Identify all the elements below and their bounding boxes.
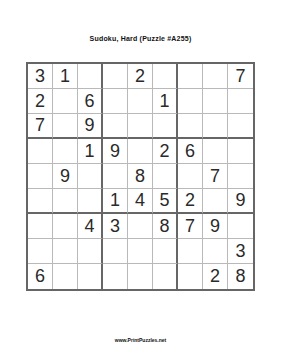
cell-r9c1: 6 bbox=[28, 264, 53, 289]
cell-r9c8: 2 bbox=[203, 264, 228, 289]
cell-r6c3 bbox=[78, 189, 103, 214]
cell-r2c1: 2 bbox=[28, 89, 53, 114]
cell-r6c8 bbox=[203, 189, 228, 214]
cell-r5c9 bbox=[228, 164, 253, 189]
cell-r8c1 bbox=[28, 239, 53, 264]
cell-r3c8 bbox=[203, 114, 228, 139]
cell-r9c7 bbox=[178, 264, 203, 289]
cell-r9c5 bbox=[128, 264, 153, 289]
cell-r3c7 bbox=[178, 114, 203, 139]
sudoku-page: Sudoku, Hard (Puzzle #A255) 312726179192… bbox=[0, 0, 281, 363]
cell-r5c8: 7 bbox=[203, 164, 228, 189]
cell-r6c2 bbox=[53, 189, 78, 214]
cell-r7c6: 8 bbox=[153, 214, 178, 239]
cell-r8c4 bbox=[103, 239, 128, 264]
cell-r1c5: 2 bbox=[128, 64, 153, 89]
cell-r4c5 bbox=[128, 139, 153, 164]
cell-r5c7 bbox=[178, 164, 203, 189]
page-title: Sudoku, Hard (Puzzle #A255) bbox=[0, 35, 281, 42]
cell-r7c1 bbox=[28, 214, 53, 239]
cell-r4c6: 2 bbox=[153, 139, 178, 164]
cell-r4c1 bbox=[28, 139, 53, 164]
cell-r5c5: 8 bbox=[128, 164, 153, 189]
cell-r2c5 bbox=[128, 89, 153, 114]
cell-r7c3: 4 bbox=[78, 214, 103, 239]
cell-r7c8: 9 bbox=[203, 214, 228, 239]
cell-r9c3 bbox=[78, 264, 103, 289]
cell-r1c8 bbox=[203, 64, 228, 89]
sudoku-board: 312726179192698714529438793628 bbox=[26, 62, 255, 291]
cell-r3c2 bbox=[53, 114, 78, 139]
cell-r9c4 bbox=[103, 264, 128, 289]
cell-r6c5: 4 bbox=[128, 189, 153, 214]
cell-r1c2: 1 bbox=[53, 64, 78, 89]
cell-r5c3 bbox=[78, 164, 103, 189]
cell-r9c6 bbox=[153, 264, 178, 289]
cell-r1c9: 7 bbox=[228, 64, 253, 89]
cell-r5c4 bbox=[103, 164, 128, 189]
cell-r2c8 bbox=[203, 89, 228, 114]
cell-r7c5 bbox=[128, 214, 153, 239]
cell-r8c7 bbox=[178, 239, 203, 264]
cell-r1c1: 3 bbox=[28, 64, 53, 89]
cell-r8c2 bbox=[53, 239, 78, 264]
cell-r1c3 bbox=[78, 64, 103, 89]
cell-r7c2 bbox=[53, 214, 78, 239]
cell-r2c9 bbox=[228, 89, 253, 114]
cell-r3c3: 9 bbox=[78, 114, 103, 139]
cell-r9c2 bbox=[53, 264, 78, 289]
cell-r7c9 bbox=[228, 214, 253, 239]
cell-r4c9 bbox=[228, 139, 253, 164]
cell-r4c8 bbox=[203, 139, 228, 164]
cell-r3c1: 7 bbox=[28, 114, 53, 139]
cell-r3c9 bbox=[228, 114, 253, 139]
cell-r7c4: 3 bbox=[103, 214, 128, 239]
cell-r4c7: 6 bbox=[178, 139, 203, 164]
cell-r1c4 bbox=[103, 64, 128, 89]
cell-r1c6 bbox=[153, 64, 178, 89]
cell-r3c4 bbox=[103, 114, 128, 139]
cell-r8c5 bbox=[128, 239, 153, 264]
cell-r4c4: 9 bbox=[103, 139, 128, 164]
cell-r2c2 bbox=[53, 89, 78, 114]
cell-r2c6: 1 bbox=[153, 89, 178, 114]
cell-r6c4: 1 bbox=[103, 189, 128, 214]
cell-r6c7: 2 bbox=[178, 189, 203, 214]
cell-r1c7 bbox=[178, 64, 203, 89]
cell-r7c7: 7 bbox=[178, 214, 203, 239]
cell-r6c9: 9 bbox=[228, 189, 253, 214]
cell-r3c6 bbox=[153, 114, 178, 139]
cell-r6c1 bbox=[28, 189, 53, 214]
footer-url: www.PrintPuzzles.net bbox=[0, 337, 281, 343]
cell-r2c4 bbox=[103, 89, 128, 114]
cell-r8c9: 3 bbox=[228, 239, 253, 264]
cell-r5c6 bbox=[153, 164, 178, 189]
cell-r9c9: 8 bbox=[228, 264, 253, 289]
cell-r8c8 bbox=[203, 239, 228, 264]
cell-r3c5 bbox=[128, 114, 153, 139]
cell-r8c3 bbox=[78, 239, 103, 264]
cell-r8c6 bbox=[153, 239, 178, 264]
cell-r5c1 bbox=[28, 164, 53, 189]
cell-r6c6: 5 bbox=[153, 189, 178, 214]
cell-r4c2 bbox=[53, 139, 78, 164]
cell-r4c3: 1 bbox=[78, 139, 103, 164]
cell-r2c3: 6 bbox=[78, 89, 103, 114]
cell-r5c2: 9 bbox=[53, 164, 78, 189]
cell-r2c7 bbox=[178, 89, 203, 114]
